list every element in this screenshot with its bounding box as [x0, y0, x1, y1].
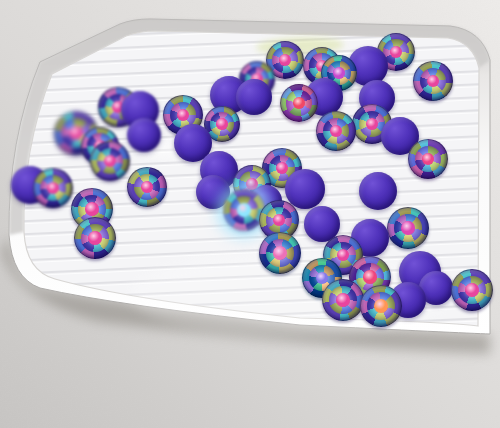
rhinestone-face-up — [413, 61, 453, 101]
rhinestone-face-up — [280, 84, 318, 122]
rhinestone-face-up — [360, 285, 402, 327]
rhinestone-face-up — [33, 168, 73, 208]
rhinestone-face-up — [408, 139, 448, 179]
rhinestone-face-up — [387, 207, 429, 249]
rhinestone-face-up — [316, 111, 356, 151]
rhinestone-face-up — [74, 217, 116, 259]
rhinestone-face-down — [127, 118, 161, 152]
rhinestone-face-up — [451, 269, 493, 311]
rhinestone-face-up — [259, 232, 301, 274]
rhinestone-face-up — [90, 141, 130, 181]
rhinestone-face-up — [322, 279, 364, 321]
rhinestone-face-up — [127, 167, 167, 207]
rhinestone-face-down — [359, 172, 397, 210]
rhinestone-face-down — [236, 79, 272, 115]
photo-scene — [0, 0, 500, 428]
stones-layer — [0, 0, 500, 428]
